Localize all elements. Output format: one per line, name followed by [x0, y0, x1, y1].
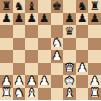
square-f1[interactable]: ♝ — [63, 88, 76, 101]
square-g2[interactable] — [76, 75, 89, 88]
white-rook[interactable]: ♜ — [1, 88, 11, 100]
square-e3[interactable] — [51, 63, 64, 76]
white-bishop[interactable]: ♝ — [64, 88, 74, 100]
square-g5[interactable] — [76, 38, 89, 51]
square-g7[interactable]: ♟ — [76, 13, 89, 26]
square-f5[interactable] — [63, 38, 76, 51]
square-c6[interactable] — [25, 25, 38, 38]
square-b6[interactable] — [13, 25, 26, 38]
square-b4[interactable] — [13, 50, 26, 63]
white-bishop[interactable]: ♝ — [26, 88, 36, 100]
square-c1[interactable]: ♝ — [25, 88, 38, 101]
black-pawn[interactable]: ♟ — [1, 13, 11, 25]
square-e8[interactable]: ♚ — [51, 0, 64, 13]
square-d5[interactable] — [38, 38, 51, 51]
square-e7[interactable] — [51, 13, 64, 26]
square-d1[interactable] — [38, 88, 51, 101]
black-queen[interactable]: ♛ — [64, 25, 74, 37]
square-g3[interactable]: ♟ — [76, 63, 89, 76]
square-d2[interactable]: ♟ — [38, 75, 51, 88]
square-f6[interactable]: ♛ — [63, 25, 76, 38]
square-b7[interactable]: ♟ — [13, 13, 26, 26]
square-b1[interactable]: ♞ — [13, 88, 26, 101]
square-a5[interactable] — [0, 38, 13, 51]
square-h4[interactable] — [88, 50, 101, 63]
square-e4[interactable]: ♟ — [51, 50, 64, 63]
square-h5[interactable] — [88, 38, 101, 51]
black-king[interactable]: ♚ — [52, 0, 62, 12]
black-pawn[interactable]: ♟ — [39, 13, 49, 25]
square-a6[interactable] — [0, 25, 13, 38]
black-pawn[interactable]: ♟ — [90, 13, 100, 25]
square-a1[interactable]: ♜ — [0, 88, 13, 101]
black-pawn[interactable]: ♟ — [14, 13, 24, 25]
square-a4[interactable] — [0, 50, 13, 63]
square-b5[interactable] — [13, 38, 26, 51]
square-h1[interactable]: ♜ — [88, 88, 101, 101]
white-knight[interactable]: ♞ — [14, 88, 24, 100]
chess-board: ♜♞♝♚♞♜♟♟♟♟♟♟♟♛♞♟♛♟♟♟♟♟♚♟♜♞♝♝♜ — [0, 0, 101, 100]
square-d4[interactable] — [38, 50, 51, 63]
square-c4[interactable] — [25, 50, 38, 63]
square-h7[interactable]: ♟ — [88, 13, 101, 26]
square-g6[interactable] — [76, 25, 89, 38]
square-d7[interactable]: ♟ — [38, 13, 51, 26]
square-e1[interactable] — [51, 88, 64, 101]
white-pawn[interactable]: ♟ — [52, 50, 62, 62]
square-c7[interactable]: ♟ — [25, 13, 38, 26]
white-rook[interactable]: ♜ — [90, 88, 100, 100]
square-h6[interactable] — [88, 25, 101, 38]
chess-board-wrapper: ♜♞♝♚♞♜♟♟♟♟♟♟♟♛♞♟♛♟♟♟♟♟♚♟♜♞♝♝♜ — [0, 0, 101, 100]
square-d6[interactable] — [38, 25, 51, 38]
square-e2[interactable] — [51, 75, 64, 88]
black-pawn[interactable]: ♟ — [77, 13, 87, 25]
square-g1[interactable] — [76, 88, 89, 101]
square-c5[interactable] — [25, 38, 38, 51]
black-pawn[interactable]: ♟ — [26, 13, 36, 25]
white-pawn[interactable]: ♟ — [39, 75, 49, 87]
white-pawn[interactable]: ♟ — [77, 63, 87, 75]
square-a7[interactable]: ♟ — [0, 13, 13, 26]
